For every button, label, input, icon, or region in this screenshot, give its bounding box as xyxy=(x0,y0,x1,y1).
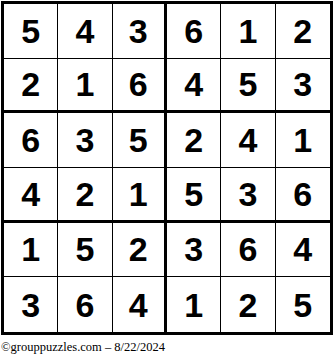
cell-r6c4: 1 xyxy=(167,277,221,332)
cell-r5c4: 3 xyxy=(167,223,221,278)
cell-r6c2: 6 xyxy=(58,277,112,332)
cell-r6c1: 3 xyxy=(4,277,58,332)
cell-r1c5: 1 xyxy=(221,4,275,59)
cell-r1c6: 2 xyxy=(276,4,330,59)
cell-r4c6: 6 xyxy=(276,168,330,223)
cell-r4c5: 3 xyxy=(221,168,275,223)
cell-r2c5: 5 xyxy=(221,59,275,114)
cell-r4c4: 5 xyxy=(167,168,221,223)
cell-r3c1: 6 xyxy=(4,113,58,168)
cell-r3c5: 4 xyxy=(221,113,275,168)
cell-r5c5: 6 xyxy=(221,223,275,278)
cell-r2c2: 1 xyxy=(58,59,112,114)
cell-r6c6: 5 xyxy=(276,277,330,332)
cell-r3c4: 2 xyxy=(167,113,221,168)
cell-r5c6: 4 xyxy=(276,223,330,278)
cell-r1c3: 3 xyxy=(113,4,167,59)
cell-r2c1: 2 xyxy=(4,59,58,114)
cell-r6c3: 4 xyxy=(113,277,167,332)
cell-r1c4: 6 xyxy=(167,4,221,59)
cell-r6c5: 2 xyxy=(221,277,275,332)
cell-r1c2: 4 xyxy=(58,4,112,59)
cell-r3c3: 5 xyxy=(113,113,167,168)
cell-r5c3: 2 xyxy=(113,223,167,278)
cell-r5c2: 5 xyxy=(58,223,112,278)
copyright-date-text: ©grouppuzzles.com – 8/22/2024 xyxy=(1,340,165,355)
cell-r4c1: 4 xyxy=(4,168,58,223)
cell-r1c1: 5 xyxy=(4,4,58,59)
cell-r3c2: 3 xyxy=(58,113,112,168)
cell-r2c4: 4 xyxy=(167,59,221,114)
sudoku-page: 543612216453635241421536152364364125 ©gr… xyxy=(0,0,335,357)
cell-r4c3: 1 xyxy=(113,168,167,223)
cell-r2c6: 3 xyxy=(276,59,330,114)
cell-r3c6: 1 xyxy=(276,113,330,168)
cell-r4c2: 2 xyxy=(58,168,112,223)
cell-r2c3: 6 xyxy=(113,59,167,114)
sudoku-board: 543612216453635241421536152364364125 xyxy=(1,1,333,335)
cell-r5c1: 1 xyxy=(4,223,58,278)
